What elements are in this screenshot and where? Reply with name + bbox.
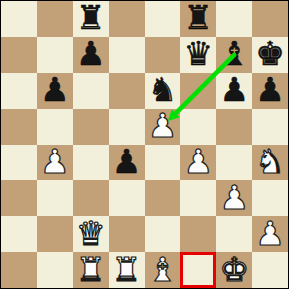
square-f5[interactable] <box>180 109 216 145</box>
square-c5[interactable] <box>73 109 109 145</box>
square-h6[interactable]: ♟ <box>252 73 288 109</box>
square-e2[interactable] <box>145 216 181 252</box>
square-h8[interactable] <box>252 1 288 37</box>
square-e3[interactable] <box>145 180 181 216</box>
black-knight: ♞ <box>148 73 178 106</box>
square-d5[interactable] <box>109 109 145 145</box>
black-queen: ♛ <box>184 37 214 70</box>
square-e7[interactable] <box>145 37 181 73</box>
square-b3[interactable] <box>37 180 73 216</box>
square-c4[interactable] <box>73 145 109 181</box>
square-a5[interactable] <box>1 109 37 145</box>
square-d1[interactable]: ♜ <box>109 252 145 288</box>
square-h5[interactable] <box>252 109 288 145</box>
square-f7[interactable]: ♛ <box>180 37 216 73</box>
white-pawn: ♟ <box>40 145 70 178</box>
square-d4[interactable]: ♟ <box>109 145 145 181</box>
square-c2[interactable]: ♛ <box>73 216 109 252</box>
square-c6[interactable] <box>73 73 109 109</box>
black-pawn: ♟ <box>219 73 249 106</box>
square-e4[interactable] <box>145 145 181 181</box>
square-g1[interactable]: ♚ <box>216 252 252 288</box>
square-h4[interactable]: ♞ <box>252 145 288 181</box>
square-a4[interactable] <box>1 145 37 181</box>
square-h3[interactable] <box>252 180 288 216</box>
square-b8[interactable] <box>37 1 73 37</box>
square-h1[interactable] <box>252 252 288 288</box>
square-a8[interactable] <box>1 1 37 37</box>
white-rook: ♜ <box>112 253 142 286</box>
square-e6[interactable]: ♞ <box>145 73 181 109</box>
black-pawn: ♟ <box>76 37 106 70</box>
black-pawn: ♟ <box>40 73 70 106</box>
square-h7[interactable]: ♚ <box>252 37 288 73</box>
square-e5[interactable]: ♟ <box>145 109 181 145</box>
chess-board: ♜♜♟♛♝♚♟♞♟♟♟♟♟♟♞♟♛♟♜♜♝♚ <box>0 0 289 289</box>
white-pawn: ♟ <box>148 109 178 142</box>
square-d2[interactable] <box>109 216 145 252</box>
square-c7[interactable]: ♟ <box>73 37 109 73</box>
white-queen: ♛ <box>76 217 106 250</box>
square-e8[interactable] <box>145 1 181 37</box>
white-king: ♚ <box>219 253 249 286</box>
square-f1[interactable] <box>180 252 216 288</box>
square-g6[interactable]: ♟ <box>216 73 252 109</box>
square-d3[interactable] <box>109 180 145 216</box>
square-b2[interactable] <box>37 216 73 252</box>
white-rook: ♜ <box>76 253 106 286</box>
square-b6[interactable]: ♟ <box>37 73 73 109</box>
square-h2[interactable]: ♟ <box>252 216 288 252</box>
square-g3[interactable]: ♟ <box>216 180 252 216</box>
black-pawn: ♟ <box>255 73 285 106</box>
square-a7[interactable] <box>1 37 37 73</box>
square-a6[interactable] <box>1 73 37 109</box>
square-f3[interactable] <box>180 180 216 216</box>
square-b4[interactable]: ♟ <box>37 145 73 181</box>
white-pawn: ♟ <box>184 145 214 178</box>
black-rook: ♜ <box>76 1 106 34</box>
square-f8[interactable]: ♜ <box>180 1 216 37</box>
square-g7[interactable]: ♝ <box>216 37 252 73</box>
square-g8[interactable] <box>216 1 252 37</box>
square-a2[interactable] <box>1 216 37 252</box>
square-g2[interactable] <box>216 216 252 252</box>
black-pawn: ♟ <box>112 145 142 178</box>
square-b7[interactable] <box>37 37 73 73</box>
square-c3[interactable] <box>73 180 109 216</box>
square-d7[interactable] <box>109 37 145 73</box>
square-d6[interactable] <box>109 73 145 109</box>
black-bishop: ♝ <box>219 37 249 70</box>
square-g4[interactable] <box>216 145 252 181</box>
black-rook: ♜ <box>184 1 214 34</box>
square-b1[interactable] <box>37 252 73 288</box>
square-f4[interactable]: ♟ <box>180 145 216 181</box>
square-d8[interactable] <box>109 1 145 37</box>
black-king: ♚ <box>255 37 285 70</box>
square-c1[interactable]: ♜ <box>73 252 109 288</box>
square-g5[interactable] <box>216 109 252 145</box>
square-a3[interactable] <box>1 180 37 216</box>
white-knight: ♞ <box>255 145 285 178</box>
square-c8[interactable]: ♜ <box>73 1 109 37</box>
white-bishop: ♝ <box>148 253 178 286</box>
square-a1[interactable] <box>1 252 37 288</box>
white-pawn: ♟ <box>255 217 285 250</box>
square-e1[interactable]: ♝ <box>145 252 181 288</box>
square-b5[interactable] <box>37 109 73 145</box>
square-f2[interactable] <box>180 216 216 252</box>
white-pawn: ♟ <box>219 181 249 214</box>
square-f6[interactable] <box>180 73 216 109</box>
